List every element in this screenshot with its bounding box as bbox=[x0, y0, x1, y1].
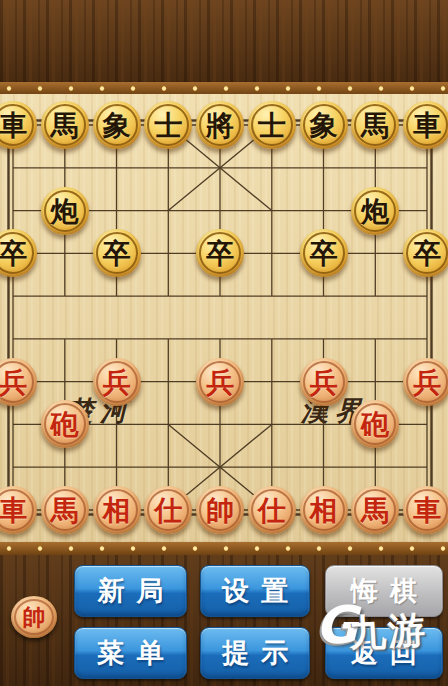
piece-red-馬[interactable]: 馬 bbox=[351, 486, 399, 534]
piece-red-兵[interactable]: 兵 bbox=[93, 358, 141, 406]
piece-character: 兵 bbox=[196, 358, 244, 406]
piece-black-士[interactable]: 士 bbox=[248, 101, 296, 149]
piece-red-兵[interactable]: 兵 bbox=[403, 358, 448, 406]
piece-character: 兵 bbox=[403, 358, 448, 406]
piece-black-象[interactable]: 象 bbox=[93, 101, 141, 149]
turn-indicator-label: 帥 bbox=[11, 596, 57, 638]
back-button[interactable]: 返回 bbox=[325, 627, 443, 679]
stud-border-bottom bbox=[0, 542, 448, 555]
piece-character: 砲 bbox=[351, 400, 399, 448]
piece-character: 兵 bbox=[93, 358, 141, 406]
piece-character: 砲 bbox=[41, 400, 89, 448]
piece-character: 炮 bbox=[351, 187, 399, 235]
piece-black-炮[interactable]: 炮 bbox=[351, 187, 399, 235]
piece-character: 仕 bbox=[144, 486, 192, 534]
piece-character: 馬 bbox=[351, 101, 399, 149]
piece-red-兵[interactable]: 兵 bbox=[196, 358, 244, 406]
piece-character: 車 bbox=[0, 101, 37, 149]
piece-character: 兵 bbox=[300, 358, 348, 406]
piece-character: 將 bbox=[196, 101, 244, 149]
piece-black-士[interactable]: 士 bbox=[144, 101, 192, 149]
piece-black-卒[interactable]: 卒 bbox=[0, 229, 37, 277]
piece-red-相[interactable]: 相 bbox=[300, 486, 348, 534]
piece-character: 帥 bbox=[196, 486, 244, 534]
piece-character: 馬 bbox=[351, 486, 399, 534]
piece-character: 仕 bbox=[248, 486, 296, 534]
piece-character: 卒 bbox=[300, 229, 348, 277]
piece-red-仕[interactable]: 仕 bbox=[248, 486, 296, 534]
piece-character: 車 bbox=[403, 486, 448, 534]
piece-character: 兵 bbox=[0, 358, 37, 406]
piece-red-砲[interactable]: 砲 bbox=[41, 400, 89, 448]
piece-character: 卒 bbox=[93, 229, 141, 277]
turn-indicator-red-general: 帥 bbox=[11, 596, 57, 638]
piece-black-將[interactable]: 將 bbox=[196, 101, 244, 149]
piece-black-馬[interactable]: 馬 bbox=[351, 101, 399, 149]
piece-character: 卒 bbox=[196, 229, 244, 277]
piece-red-相[interactable]: 相 bbox=[93, 486, 141, 534]
piece-black-象[interactable]: 象 bbox=[300, 101, 348, 149]
xiangqi-board[interactable]: 楚河 漢界 bbox=[0, 94, 448, 542]
piece-black-卒[interactable]: 卒 bbox=[300, 229, 348, 277]
piece-black-卒[interactable]: 卒 bbox=[93, 229, 141, 277]
new-game-button[interactable]: 新局 bbox=[74, 565, 187, 617]
piece-character: 士 bbox=[248, 101, 296, 149]
settings-button[interactable]: 设置 bbox=[200, 565, 310, 617]
wood-frame-top bbox=[0, 0, 448, 82]
piece-black-車[interactable]: 車 bbox=[0, 101, 37, 149]
piece-character: 相 bbox=[300, 486, 348, 534]
piece-character: 馬 bbox=[41, 101, 89, 149]
piece-red-馬[interactable]: 馬 bbox=[41, 486, 89, 534]
piece-red-砲[interactable]: 砲 bbox=[351, 400, 399, 448]
piece-character: 卒 bbox=[0, 229, 37, 277]
piece-black-卒[interactable]: 卒 bbox=[403, 229, 448, 277]
piece-red-仕[interactable]: 仕 bbox=[144, 486, 192, 534]
piece-red-兵[interactable]: 兵 bbox=[300, 358, 348, 406]
xiangqi-app: 楚河 漢界 bbox=[0, 0, 448, 686]
piece-character: 相 bbox=[93, 486, 141, 534]
piece-black-車[interactable]: 車 bbox=[403, 101, 448, 149]
piece-character: 車 bbox=[403, 101, 448, 149]
piece-black-卒[interactable]: 卒 bbox=[196, 229, 244, 277]
piece-character: 士 bbox=[144, 101, 192, 149]
undo-move-button[interactable]: 悔棋 bbox=[325, 565, 443, 617]
piece-black-炮[interactable]: 炮 bbox=[41, 187, 89, 235]
piece-character: 馬 bbox=[41, 486, 89, 534]
hint-button[interactable]: 提示 bbox=[200, 627, 310, 679]
menu-button[interactable]: 菜单 bbox=[74, 627, 187, 679]
piece-character: 卒 bbox=[403, 229, 448, 277]
piece-black-馬[interactable]: 馬 bbox=[41, 101, 89, 149]
piece-character: 車 bbox=[0, 486, 37, 534]
piece-character: 炮 bbox=[41, 187, 89, 235]
piece-character: 象 bbox=[93, 101, 141, 149]
piece-red-兵[interactable]: 兵 bbox=[0, 358, 37, 406]
piece-red-帥[interactable]: 帥 bbox=[196, 486, 244, 534]
piece-red-車[interactable]: 車 bbox=[0, 486, 37, 534]
piece-red-車[interactable]: 車 bbox=[403, 486, 448, 534]
piece-character: 象 bbox=[300, 101, 348, 149]
